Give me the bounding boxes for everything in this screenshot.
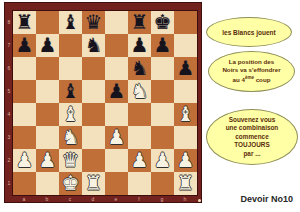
square-e7[interactable] xyxy=(105,34,128,57)
piece-white-pawn-h2[interactable]: ♟ xyxy=(174,149,197,172)
square-c6[interactable] xyxy=(59,57,82,80)
square-g7[interactable]: ♟ xyxy=(151,34,174,57)
square-g2[interactable]: ♟ xyxy=(151,149,174,172)
bubble-combination-line1: Souvenez vous xyxy=(207,116,297,125)
square-h5[interactable] xyxy=(174,80,197,103)
square-h6[interactable]: ♟ xyxy=(174,57,197,80)
square-c8[interactable]: ♝ xyxy=(59,11,82,34)
bubble-combination-line5: par ... xyxy=(207,150,297,159)
piece-white-bishop-c4[interactable]: ♝ xyxy=(59,103,82,126)
bubble-combination-line2: une combinaison xyxy=(207,124,297,133)
square-d1[interactable]: ♜ xyxy=(82,172,105,195)
square-b3[interactable] xyxy=(36,126,59,149)
square-c5[interactable]: ♝ xyxy=(59,80,82,103)
bubble-combination-hint: Souvenez vous une combinaison commence T… xyxy=(206,109,298,165)
square-e5[interactable]: ♟ xyxy=(105,80,128,103)
square-b5[interactable] xyxy=(36,80,59,103)
square-d3[interactable] xyxy=(82,126,105,149)
square-d7[interactable]: ♞ xyxy=(82,34,105,57)
square-a4[interactable] xyxy=(13,103,36,126)
file-label-c: c xyxy=(66,196,74,202)
square-d5[interactable] xyxy=(82,80,105,103)
piece-black-queen-d8[interactable]: ♛ xyxy=(82,11,105,34)
file-label-h: h xyxy=(181,196,189,202)
bubble-collapse-line3-pre: au 4 xyxy=(233,77,245,84)
chess-board-frame: ♜♝♛♜♚♟♟♞♟♟♞♟♝♟♞♝♝♞♟♟♟♛♟♟♟♚♜♜ 87654321 ab… xyxy=(4,2,202,203)
piece-black-rook-f8[interactable]: ♜ xyxy=(128,11,151,34)
piece-black-pawn-e5[interactable]: ♟ xyxy=(105,80,128,103)
piece-black-knight-d7[interactable]: ♞ xyxy=(82,34,105,57)
square-h4[interactable]: ♝ xyxy=(174,103,197,126)
piece-black-pawn-a7[interactable]: ♟ xyxy=(13,34,36,57)
square-c1[interactable]: ♚ xyxy=(59,172,82,195)
square-d8[interactable]: ♛ xyxy=(82,11,105,34)
bubble-collapse-line3-sup: ème xyxy=(245,75,254,80)
square-g3[interactable] xyxy=(151,126,174,149)
square-e3[interactable]: ♟ xyxy=(105,126,128,149)
piece-black-rook-a8[interactable]: ♜ xyxy=(13,11,36,34)
piece-black-bishop-c5[interactable]: ♝ xyxy=(59,80,82,103)
rank-label-1: 1 xyxy=(5,180,13,186)
rank-label-3: 3 xyxy=(5,134,13,140)
square-g8[interactable]: ♚ xyxy=(151,11,174,34)
file-label-d: d xyxy=(89,196,97,202)
rank-label-4: 4 xyxy=(5,111,13,117)
square-e2[interactable] xyxy=(105,149,128,172)
rank-label-6: 6 xyxy=(5,65,13,71)
square-b1[interactable] xyxy=(36,172,59,195)
square-b6[interactable] xyxy=(36,57,59,80)
homework-label: Devoir No10 xyxy=(240,194,293,204)
square-b7[interactable]: ♟ xyxy=(36,34,59,57)
piece-white-pawn-a2[interactable]: ♟ xyxy=(13,149,36,172)
square-c2[interactable]: ♛ xyxy=(59,149,82,172)
square-f2[interactable]: ♟ xyxy=(128,149,151,172)
square-a7[interactable]: ♟ xyxy=(13,34,36,57)
square-g5[interactable] xyxy=(151,80,174,103)
bubble-combination-line4: TOUJOURS xyxy=(207,141,297,150)
square-d2[interactable] xyxy=(82,149,105,172)
file-label-a: a xyxy=(20,196,28,202)
square-d6[interactable] xyxy=(82,57,105,80)
square-h3[interactable] xyxy=(174,126,197,149)
piece-black-king-g8[interactable]: ♚ xyxy=(151,11,174,34)
piece-white-pawn-b2[interactable]: ♟ xyxy=(36,149,59,172)
piece-white-queen-c2[interactable]: ♛ xyxy=(59,149,82,172)
square-c3[interactable]: ♞ xyxy=(59,126,82,149)
square-b2[interactable]: ♟ xyxy=(36,149,59,172)
square-f5[interactable]: ♞ xyxy=(128,80,151,103)
piece-black-pawn-f7[interactable]: ♟ xyxy=(128,34,151,57)
square-a6[interactable] xyxy=(13,57,36,80)
rank-label-7: 7 xyxy=(5,42,13,48)
square-f1[interactable] xyxy=(128,172,151,195)
bubble-collapse-line3: au 4ème coup xyxy=(209,74,294,84)
piece-white-pawn-g2[interactable]: ♟ xyxy=(151,149,174,172)
piece-white-bishop-h4[interactable]: ♝ xyxy=(174,103,197,126)
square-a5[interactable] xyxy=(13,80,36,103)
square-f4[interactable] xyxy=(128,103,151,126)
square-a1[interactable] xyxy=(13,172,36,195)
bubble-collapse-line1: La position des xyxy=(209,58,294,66)
piece-black-bishop-c8[interactable]: ♝ xyxy=(59,11,82,34)
bubble-combination-line3: commence xyxy=(207,133,297,142)
square-a2[interactable]: ♟ xyxy=(13,149,36,172)
square-h2[interactable]: ♟ xyxy=(174,149,197,172)
square-f3[interactable] xyxy=(128,126,151,149)
square-h1[interactable]: ♜ xyxy=(174,172,197,195)
piece-white-rook-h1[interactable]: ♜ xyxy=(174,172,197,195)
piece-black-pawn-g7[interactable]: ♟ xyxy=(151,34,174,57)
square-e4[interactable] xyxy=(105,103,128,126)
file-label-e: e xyxy=(112,196,120,202)
piece-white-king-c1[interactable]: ♚ xyxy=(59,172,82,195)
square-c4[interactable]: ♝ xyxy=(59,103,82,126)
piece-black-pawn-b7[interactable]: ♟ xyxy=(36,34,59,57)
square-a3[interactable] xyxy=(13,126,36,149)
bubble-collapse-hint: La position des Noirs va s'effondrer au … xyxy=(208,51,295,92)
square-g1[interactable] xyxy=(151,172,174,195)
rank-label-2: 2 xyxy=(5,157,13,163)
rank-label-5: 5 xyxy=(5,88,13,94)
piece-white-knight-c3[interactable]: ♞ xyxy=(59,126,82,149)
square-c7[interactable] xyxy=(59,34,82,57)
square-f7[interactable]: ♟ xyxy=(128,34,151,57)
piece-white-rook-d1[interactable]: ♜ xyxy=(82,172,105,195)
bubble-white-to-move-text: les Blancs jouent xyxy=(207,29,291,36)
file-label-f: f xyxy=(135,196,143,202)
square-e8[interactable] xyxy=(105,11,128,34)
chess-board[interactable]: ♜♝♛♜♚♟♟♞♟♟♞♟♝♟♞♝♝♞♟♟♟♛♟♟♟♚♜♜ xyxy=(13,11,197,195)
square-e6[interactable] xyxy=(105,57,128,80)
square-h7[interactable] xyxy=(174,34,197,57)
bubble-collapse-line3-post: coup xyxy=(254,77,271,84)
square-b4[interactable] xyxy=(36,103,59,126)
bubble-white-to-move: les Blancs jouent xyxy=(206,17,292,47)
piece-white-knight-f5[interactable]: ♞ xyxy=(128,80,151,103)
file-label-b: b xyxy=(43,196,51,202)
square-g4[interactable] xyxy=(151,103,174,126)
piece-white-pawn-f2[interactable]: ♟ xyxy=(128,149,151,172)
piece-black-knight-f6[interactable]: ♞ xyxy=(128,57,151,80)
square-a8[interactable]: ♜ xyxy=(13,11,36,34)
bubble-collapse-line2: Noirs va s'effondrer xyxy=(209,66,294,74)
square-b8[interactable] xyxy=(36,11,59,34)
file-label-g: g xyxy=(158,196,166,202)
frame-corner-dot xyxy=(198,199,201,202)
rank-label-8: 8 xyxy=(5,19,13,25)
square-f6[interactable]: ♞ xyxy=(128,57,151,80)
piece-white-pawn-e3[interactable]: ♟ xyxy=(105,126,128,149)
square-f8[interactable]: ♜ xyxy=(128,11,151,34)
square-g6[interactable] xyxy=(151,57,174,80)
square-e1[interactable] xyxy=(105,172,128,195)
square-h8[interactable] xyxy=(174,11,197,34)
piece-black-pawn-h6[interactable]: ♟ xyxy=(174,57,197,80)
square-d4[interactable] xyxy=(82,103,105,126)
chess-worksheet: ♜♝♛♜♚♟♟♞♟♟♞♟♝♟♞♝♝♞♟♟♟♛♟♟♟♚♜♜ 87654321 ab… xyxy=(0,0,300,212)
